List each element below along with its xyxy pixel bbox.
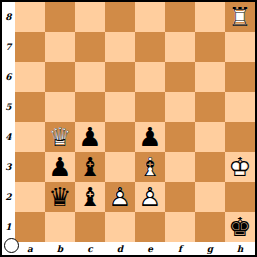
file-label-e: e bbox=[135, 242, 165, 255]
white-rook[interactable]: ♖ bbox=[225, 2, 255, 32]
square-g2[interactable] bbox=[195, 182, 225, 212]
square-a2[interactable] bbox=[15, 182, 45, 212]
square-c4[interactable]: ♟ bbox=[75, 122, 105, 152]
file-label-a: a bbox=[15, 242, 45, 255]
black-pawn[interactable]: ♟ bbox=[75, 122, 105, 152]
square-g7[interactable] bbox=[195, 32, 225, 62]
square-a1[interactable] bbox=[15, 212, 45, 242]
square-e6[interactable] bbox=[135, 62, 165, 92]
black-pawn[interactable]: ♟ bbox=[135, 122, 165, 152]
square-b1[interactable] bbox=[45, 212, 75, 242]
white-king[interactable]: ♔ bbox=[225, 152, 255, 182]
square-g8[interactable] bbox=[195, 2, 225, 32]
square-e1[interactable] bbox=[135, 212, 165, 242]
file-label-c: c bbox=[75, 242, 105, 255]
white-bishop[interactable]: ♗ bbox=[135, 152, 165, 182]
square-f4[interactable] bbox=[165, 122, 195, 152]
white-queen[interactable]: ♕ bbox=[45, 122, 75, 152]
square-b8[interactable] bbox=[45, 2, 75, 32]
file-label-b: b bbox=[45, 242, 75, 255]
square-a5[interactable] bbox=[15, 92, 45, 122]
file-label-f: f bbox=[165, 242, 195, 255]
black-king[interactable]: ♚ bbox=[225, 212, 255, 242]
square-c1[interactable] bbox=[75, 212, 105, 242]
square-c5[interactable] bbox=[75, 92, 105, 122]
square-e7[interactable] bbox=[135, 32, 165, 62]
square-d2[interactable]: ♟♙ bbox=[105, 182, 135, 212]
chess-diagram: ♜♖♛♕♟♟♟♝♝♗♚♔♛♝♟♙♟♙♚ 87654321 abcdefgh bbox=[0, 0, 257, 257]
square-d7[interactable] bbox=[105, 32, 135, 62]
square-e5[interactable] bbox=[135, 92, 165, 122]
square-c2[interactable]: ♝ bbox=[75, 182, 105, 212]
square-f7[interactable] bbox=[165, 32, 195, 62]
square-h4[interactable] bbox=[225, 122, 255, 152]
square-h8[interactable]: ♜♖ bbox=[225, 2, 255, 32]
square-b6[interactable] bbox=[45, 62, 75, 92]
square-a3[interactable] bbox=[15, 152, 45, 182]
file-label-h: h bbox=[225, 242, 255, 255]
square-g5[interactable] bbox=[195, 92, 225, 122]
square-b5[interactable] bbox=[45, 92, 75, 122]
square-f2[interactable] bbox=[165, 182, 195, 212]
black-pawn[interactable]: ♟ bbox=[45, 152, 75, 182]
chessboard[interactable]: ♜♖♛♕♟♟♟♝♝♗♚♔♛♝♟♙♟♙♚ bbox=[15, 2, 255, 242]
square-a6[interactable] bbox=[15, 62, 45, 92]
side-to-move-indicator bbox=[4, 238, 19, 253]
square-c6[interactable] bbox=[75, 62, 105, 92]
rank-label-3: 3 bbox=[2, 152, 15, 182]
square-a8[interactable] bbox=[15, 2, 45, 32]
square-e8[interactable] bbox=[135, 2, 165, 32]
square-h1[interactable]: ♚ bbox=[225, 212, 255, 242]
square-g1[interactable] bbox=[195, 212, 225, 242]
square-b2[interactable]: ♛ bbox=[45, 182, 75, 212]
square-f6[interactable] bbox=[165, 62, 195, 92]
black-bishop[interactable]: ♝ bbox=[75, 182, 105, 212]
rank-label-6: 6 bbox=[2, 62, 15, 92]
square-e3[interactable]: ♝♗ bbox=[135, 152, 165, 182]
rank-label-7: 7 bbox=[2, 32, 15, 62]
square-d6[interactable] bbox=[105, 62, 135, 92]
square-e4[interactable]: ♟ bbox=[135, 122, 165, 152]
square-d5[interactable] bbox=[105, 92, 135, 122]
square-h5[interactable] bbox=[225, 92, 255, 122]
square-c3[interactable]: ♝ bbox=[75, 152, 105, 182]
rank-label-2: 2 bbox=[2, 182, 15, 212]
square-b4[interactable]: ♛♕ bbox=[45, 122, 75, 152]
square-a4[interactable] bbox=[15, 122, 45, 152]
white-pawn[interactable]: ♙ bbox=[135, 182, 165, 212]
square-b3[interactable]: ♟ bbox=[45, 152, 75, 182]
black-queen[interactable]: ♛ bbox=[45, 182, 75, 212]
square-c7[interactable] bbox=[75, 32, 105, 62]
square-d8[interactable] bbox=[105, 2, 135, 32]
rank-label-5: 5 bbox=[2, 92, 15, 122]
square-g6[interactable] bbox=[195, 62, 225, 92]
square-a7[interactable] bbox=[15, 32, 45, 62]
square-f3[interactable] bbox=[165, 152, 195, 182]
square-f5[interactable] bbox=[165, 92, 195, 122]
square-h6[interactable] bbox=[225, 62, 255, 92]
square-d3[interactable] bbox=[105, 152, 135, 182]
rank-labels: 87654321 bbox=[2, 2, 15, 242]
white-pawn[interactable]: ♙ bbox=[105, 182, 135, 212]
square-f8[interactable] bbox=[165, 2, 195, 32]
square-h3[interactable]: ♚♔ bbox=[225, 152, 255, 182]
square-d4[interactable] bbox=[105, 122, 135, 152]
square-g4[interactable] bbox=[195, 122, 225, 152]
rank-label-4: 4 bbox=[2, 122, 15, 152]
square-b7[interactable] bbox=[45, 32, 75, 62]
square-f1[interactable] bbox=[165, 212, 195, 242]
square-h7[interactable] bbox=[225, 32, 255, 62]
black-bishop[interactable]: ♝ bbox=[75, 152, 105, 182]
file-label-g: g bbox=[195, 242, 225, 255]
file-label-d: d bbox=[105, 242, 135, 255]
square-c8[interactable] bbox=[75, 2, 105, 32]
square-d1[interactable] bbox=[105, 212, 135, 242]
file-labels: abcdefgh bbox=[15, 242, 255, 255]
square-g3[interactable] bbox=[195, 152, 225, 182]
square-h2[interactable] bbox=[225, 182, 255, 212]
square-e2[interactable]: ♟♙ bbox=[135, 182, 165, 212]
rank-label-8: 8 bbox=[2, 2, 15, 32]
